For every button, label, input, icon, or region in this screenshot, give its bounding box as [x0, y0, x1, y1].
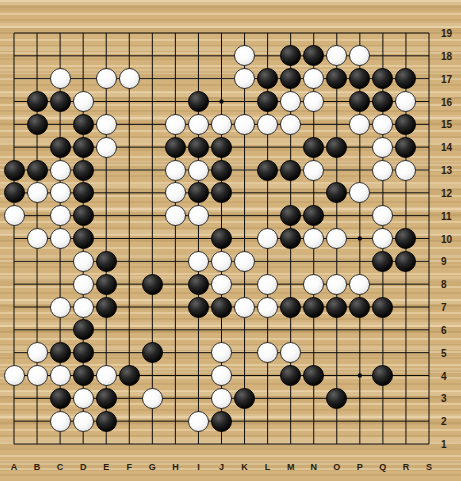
black-stone[interactable] — [73, 319, 94, 340]
white-stone[interactable] — [188, 160, 209, 181]
white-stone[interactable] — [303, 160, 324, 181]
white-stone[interactable] — [257, 274, 278, 295]
white-stone[interactable] — [96, 365, 117, 386]
white-stone[interactable] — [257, 114, 278, 135]
white-stone[interactable] — [119, 68, 140, 89]
white-stone[interactable] — [234, 251, 255, 272]
black-stone[interactable] — [257, 91, 278, 112]
column-label: S — [426, 462, 432, 472]
white-stone[interactable] — [257, 228, 278, 249]
row-label: 17 — [441, 73, 452, 84]
row-label: 10 — [441, 233, 452, 244]
black-stone[interactable] — [326, 297, 347, 318]
white-stone[interactable] — [27, 228, 48, 249]
white-stone[interactable] — [372, 137, 393, 158]
white-stone[interactable] — [50, 228, 71, 249]
black-stone[interactable] — [257, 160, 278, 181]
star-point — [358, 373, 362, 377]
black-stone[interactable] — [119, 365, 140, 386]
white-stone[interactable] — [96, 68, 117, 89]
black-stone[interactable] — [280, 365, 301, 386]
row-label: 14 — [441, 142, 452, 153]
white-stone[interactable] — [165, 114, 186, 135]
black-stone[interactable] — [326, 388, 347, 409]
white-stone[interactable] — [257, 297, 278, 318]
black-stone[interactable] — [395, 137, 416, 158]
star-point — [358, 236, 362, 240]
white-stone[interactable] — [27, 365, 48, 386]
black-stone[interactable] — [27, 160, 48, 181]
black-stone[interactable] — [4, 160, 25, 181]
row-label: 18 — [441, 50, 452, 61]
white-stone[interactable] — [349, 274, 370, 295]
black-stone[interactable] — [349, 297, 370, 318]
black-stone[interactable] — [96, 297, 117, 318]
white-stone[interactable] — [211, 342, 232, 363]
black-stone[interactable] — [326, 137, 347, 158]
white-stone[interactable] — [326, 274, 347, 295]
white-stone[interactable] — [73, 274, 94, 295]
row-label: 3 — [441, 393, 447, 404]
column-label: R — [403, 462, 410, 472]
row-label: 19 — [441, 28, 452, 39]
black-stone[interactable] — [50, 137, 71, 158]
row-label: 13 — [441, 165, 452, 176]
column-label: K — [241, 462, 248, 472]
black-stone[interactable] — [280, 297, 301, 318]
white-stone[interactable] — [234, 114, 255, 135]
black-stone[interactable] — [73, 365, 94, 386]
row-label: 8 — [441, 279, 447, 290]
black-stone[interactable] — [234, 388, 255, 409]
white-stone[interactable] — [211, 114, 232, 135]
white-stone[interactable] — [50, 68, 71, 89]
white-stone[interactable] — [96, 114, 117, 135]
black-stone[interactable] — [211, 160, 232, 181]
white-stone[interactable] — [372, 160, 393, 181]
white-stone[interactable] — [50, 205, 71, 226]
column-label: F — [127, 462, 133, 472]
white-stone[interactable] — [73, 411, 94, 432]
white-stone[interactable] — [165, 160, 186, 181]
row-label: 1 — [441, 439, 447, 450]
white-stone[interactable] — [188, 251, 209, 272]
white-stone[interactable] — [4, 205, 25, 226]
black-stone[interactable] — [73, 137, 94, 158]
white-stone[interactable] — [395, 160, 416, 181]
white-stone[interactable] — [188, 411, 209, 432]
white-stone[interactable] — [50, 411, 71, 432]
white-stone[interactable] — [142, 388, 163, 409]
column-label: Q — [379, 462, 386, 472]
row-label: 11 — [441, 210, 452, 221]
column-label: E — [103, 462, 109, 472]
go-board-diagram: ABCDEFGHIJKLMNOPQRS191817161514131211109… — [0, 0, 461, 481]
row-label: 4 — [441, 370, 447, 381]
row-label: 12 — [441, 187, 452, 198]
white-stone[interactable] — [280, 114, 301, 135]
black-stone[interactable] — [211, 137, 232, 158]
black-stone[interactable] — [188, 137, 209, 158]
black-stone[interactable] — [4, 182, 25, 203]
row-label: 2 — [441, 416, 447, 427]
black-stone[interactable] — [372, 297, 393, 318]
black-stone[interactable] — [211, 228, 232, 249]
black-stone[interactable] — [188, 297, 209, 318]
black-stone[interactable] — [73, 205, 94, 226]
column-label: B — [34, 462, 41, 472]
white-stone[interactable] — [96, 137, 117, 158]
black-stone[interactable] — [27, 91, 48, 112]
black-stone[interactable] — [165, 137, 186, 158]
white-stone[interactable] — [211, 388, 232, 409]
white-stone[interactable] — [188, 114, 209, 135]
white-stone[interactable] — [165, 205, 186, 226]
black-stone[interactable] — [303, 297, 324, 318]
white-stone[interactable] — [303, 274, 324, 295]
black-stone[interactable] — [50, 91, 71, 112]
column-label: J — [219, 462, 224, 472]
black-stone[interactable] — [211, 411, 232, 432]
white-stone[interactable] — [234, 297, 255, 318]
white-stone[interactable] — [211, 365, 232, 386]
column-label: C — [57, 462, 64, 472]
column-label: G — [149, 462, 156, 472]
black-stone[interactable] — [96, 411, 117, 432]
row-label: 15 — [441, 119, 452, 130]
black-stone[interactable] — [211, 297, 232, 318]
column-label: P — [357, 462, 363, 472]
white-stone[interactable] — [211, 251, 232, 272]
black-stone[interactable] — [50, 342, 71, 363]
column-label: D — [80, 462, 87, 472]
black-stone[interactable] — [73, 182, 94, 203]
star-point — [219, 99, 223, 103]
row-label: 7 — [441, 302, 447, 313]
black-stone[interactable] — [96, 251, 117, 272]
column-label: A — [11, 462, 18, 472]
column-label: N — [310, 462, 317, 472]
white-stone[interactable] — [73, 251, 94, 272]
black-stone[interactable] — [96, 388, 117, 409]
black-stone[interactable] — [50, 388, 71, 409]
column-label: M — [287, 462, 295, 472]
white-stone[interactable] — [188, 205, 209, 226]
black-stone[interactable] — [142, 274, 163, 295]
white-stone[interactable] — [73, 388, 94, 409]
white-stone[interactable] — [50, 182, 71, 203]
white-stone[interactable] — [50, 160, 71, 181]
white-stone[interactable] — [50, 365, 71, 386]
column-label: L — [265, 462, 271, 472]
black-stone[interactable] — [142, 342, 163, 363]
row-label: 9 — [441, 256, 447, 267]
column-label: I — [197, 462, 200, 472]
white-stone[interactable] — [27, 182, 48, 203]
black-stone[interactable] — [27, 114, 48, 135]
black-stone[interactable] — [73, 114, 94, 135]
white-stone[interactable] — [280, 91, 301, 112]
white-stone[interactable] — [50, 297, 71, 318]
row-label: 16 — [441, 96, 452, 107]
black-stone[interactable] — [73, 342, 94, 363]
white-stone[interactable] — [4, 365, 25, 386]
white-stone[interactable] — [73, 91, 94, 112]
black-stone[interactable] — [188, 274, 209, 295]
white-stone[interactable] — [27, 342, 48, 363]
black-stone[interactable] — [73, 160, 94, 181]
white-stone[interactable] — [211, 274, 232, 295]
black-stone[interactable] — [73, 228, 94, 249]
black-stone[interactable] — [188, 91, 209, 112]
black-stone[interactable] — [280, 228, 301, 249]
black-stone[interactable] — [280, 160, 301, 181]
column-label: O — [333, 462, 340, 472]
row-label: 6 — [441, 324, 447, 335]
column-label: H — [172, 462, 179, 472]
white-stone[interactable] — [73, 297, 94, 318]
black-stone[interactable] — [96, 274, 117, 295]
row-label: 5 — [441, 347, 447, 358]
black-stone[interactable] — [303, 137, 324, 158]
